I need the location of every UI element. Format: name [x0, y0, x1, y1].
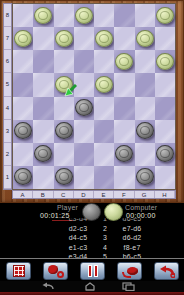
- rank-label-8: 8: [4, 4, 11, 27]
- player-checker-h2[interactable]: [156, 145, 174, 162]
- square-f8[interactable]: [114, 4, 134, 27]
- square-d1[interactable]: [74, 166, 94, 189]
- rank-label-5: 5: [4, 73, 11, 96]
- square-f5[interactable]: [114, 73, 134, 96]
- home-icon[interactable]: [83, 282, 97, 291]
- square-e7[interactable]: [94, 27, 114, 50]
- move-number: 3: [98, 233, 112, 243]
- square-b1[interactable]: [33, 166, 53, 189]
- square-g5[interactable]: [135, 73, 155, 96]
- file-label-b: B: [33, 191, 53, 198]
- white-move: c3-d4: [58, 214, 98, 224]
- move-number: 1: [98, 214, 112, 224]
- square-g4[interactable]: [135, 97, 155, 120]
- black-move: d6-e5: [112, 214, 152, 224]
- square-h4[interactable]: [155, 97, 175, 120]
- rank-label-1: 1: [4, 166, 11, 189]
- computer-checker-f6[interactable]: [115, 53, 133, 70]
- square-a6[interactable]: [13, 50, 33, 73]
- computer-checker-e7[interactable]: [95, 30, 113, 47]
- new-game-board-button[interactable]: [6, 262, 31, 280]
- file-labels: ABCDEFGH: [12, 190, 176, 199]
- black-move: f8-e7: [112, 243, 152, 253]
- square-a1[interactable]: [13, 166, 33, 189]
- player-checker-c1[interactable]: [55, 168, 73, 185]
- rank-labels: 87654321: [3, 3, 12, 190]
- board-grid-icon: [13, 265, 25, 277]
- file-label-f: F: [114, 191, 134, 198]
- square-f7[interactable]: [114, 27, 134, 50]
- white-move: d4-c5: [58, 233, 98, 243]
- square-h6[interactable]: [155, 50, 175, 73]
- computer-checker-a7[interactable]: [14, 30, 32, 47]
- square-f2[interactable]: [114, 143, 134, 166]
- move-number: 2: [98, 224, 112, 234]
- computer-checker-h8[interactable]: [156, 7, 174, 24]
- toolbar: [0, 258, 184, 281]
- square-a2[interactable]: [13, 143, 33, 166]
- pause-icon: [88, 265, 98, 277]
- square-c3[interactable]: [54, 120, 74, 143]
- undo-arrow-icon: [159, 265, 175, 278]
- player-label: Player: [57, 204, 78, 211]
- computer-checker-h6[interactable]: [156, 53, 174, 70]
- player-checker-a3[interactable]: [14, 122, 32, 139]
- square-c8[interactable]: [54, 4, 74, 27]
- square-g6[interactable]: [135, 50, 155, 73]
- square-h7[interactable]: [155, 27, 175, 50]
- black-move: d6-d2: [112, 233, 152, 243]
- square-g7[interactable]: [135, 27, 155, 50]
- square-c5[interactable]: [54, 73, 74, 96]
- square-e4[interactable]: [94, 97, 114, 120]
- rank-label-2: 2: [4, 143, 11, 166]
- rank-label-7: 7: [4, 27, 11, 50]
- square-f1[interactable]: [114, 166, 134, 189]
- square-a7[interactable]: [13, 27, 33, 50]
- square-d2[interactable]: [74, 143, 94, 166]
- square-d3[interactable]: [74, 120, 94, 143]
- computer-checker-g7[interactable]: [136, 30, 154, 47]
- square-b4[interactable]: [33, 97, 53, 120]
- player-checker-g3[interactable]: [136, 122, 154, 139]
- checkers-app-screen: 87654321 ABCDEFGH Player Computer 00:01:…: [0, 0, 184, 295]
- back-icon[interactable]: [41, 282, 55, 291]
- player-checker-d4[interactable]: [75, 99, 93, 116]
- square-d6[interactable]: [74, 50, 94, 73]
- game-info-panel: Player Computer 00:01:25 00:00:00 c3-d41…: [0, 203, 184, 258]
- file-label-e: E: [94, 191, 114, 198]
- square-b2[interactable]: [33, 143, 53, 166]
- file-label-a: A: [13, 191, 33, 198]
- white-move: e1-c3: [58, 243, 98, 253]
- computer-label: Computer: [125, 204, 157, 211]
- square-a8[interactable]: [13, 4, 33, 27]
- square-b8[interactable]: [33, 4, 53, 27]
- square-a4[interactable]: [13, 97, 33, 120]
- player-checker-c3[interactable]: [55, 122, 73, 139]
- checkers-board[interactable]: [12, 3, 176, 190]
- square-h1[interactable]: [155, 166, 175, 189]
- square-c1[interactable]: [54, 166, 74, 189]
- player-checker-g1[interactable]: [136, 168, 154, 185]
- square-e6[interactable]: [94, 50, 114, 73]
- square-e5[interactable]: [94, 73, 114, 96]
- move-number: 4: [98, 243, 112, 253]
- file-label-d: D: [74, 191, 94, 198]
- rank-label-6: 6: [4, 50, 11, 73]
- computer-checker-c7[interactable]: [55, 30, 73, 47]
- square-d7[interactable]: [74, 27, 94, 50]
- file-label-c: C: [54, 191, 74, 198]
- square-f3[interactable]: [114, 120, 134, 143]
- file-label-g: G: [135, 191, 155, 198]
- move-row-3[interactable]: d4-c53d6-d2: [58, 233, 154, 243]
- square-h5[interactable]: [155, 73, 175, 96]
- rank-label-3: 3: [4, 120, 11, 143]
- android-nav-bar: [0, 281, 184, 292]
- player-checker-b2[interactable]: [34, 145, 52, 162]
- square-c2[interactable]: [54, 143, 74, 166]
- computer-checker-e5[interactable]: [95, 76, 113, 93]
- square-b7[interactable]: [33, 27, 53, 50]
- square-h3[interactable]: [155, 120, 175, 143]
- square-f4[interactable]: [114, 97, 134, 120]
- green-arrow-cursor-icon: [64, 84, 77, 97]
- square-c6[interactable]: [54, 50, 74, 73]
- black-move: e7-d6: [112, 224, 152, 234]
- square-e8[interactable]: [94, 4, 114, 27]
- undo-button[interactable]: [154, 262, 179, 280]
- move-row-4[interactable]: e1-c34f8-e7: [58, 243, 154, 253]
- computer-checker-d8[interactable]: [75, 7, 93, 24]
- square-c4[interactable]: [54, 97, 74, 120]
- square-f6[interactable]: [114, 50, 134, 73]
- move-row-2[interactable]: d2-c32e7-d6: [58, 224, 154, 234]
- move-list[interactable]: c3-d41d6-e5d2-c32e7-d6d4-c53d6-d2e1-c34f…: [58, 214, 154, 262]
- square-e2[interactable]: [94, 143, 114, 166]
- square-a3[interactable]: [13, 120, 33, 143]
- recents-icon[interactable]: [121, 282, 135, 291]
- square-b5[interactable]: [33, 73, 53, 96]
- square-g8[interactable]: [135, 4, 155, 27]
- square-g1[interactable]: [135, 166, 155, 189]
- square-h8[interactable]: [155, 4, 175, 27]
- rank-label-4: 4: [4, 97, 11, 120]
- moving-piece-icon: [122, 265, 138, 278]
- square-a5[interactable]: [13, 73, 33, 96]
- computer-checker-b8[interactable]: [34, 7, 52, 24]
- square-h2[interactable]: [155, 143, 175, 166]
- square-d8[interactable]: [74, 4, 94, 27]
- square-b3[interactable]: [33, 120, 53, 143]
- pieces-disc-icon: [48, 265, 64, 278]
- square-c7[interactable]: [54, 27, 74, 50]
- square-e3[interactable]: [94, 120, 114, 143]
- square-d5[interactable]: [74, 73, 94, 96]
- square-b6[interactable]: [33, 50, 53, 73]
- square-g3[interactable]: [135, 120, 155, 143]
- move-hint-button[interactable]: [117, 262, 142, 280]
- file-label-h: H: [155, 191, 175, 198]
- player-checker-a1[interactable]: [14, 168, 32, 185]
- square-e1[interactable]: [94, 166, 114, 189]
- board-frame: 87654321 ABCDEFGH: [0, 0, 184, 203]
- pieces-button[interactable]: [43, 262, 68, 280]
- square-d4[interactable]: [74, 97, 94, 120]
- player-checker-f2[interactable]: [115, 145, 133, 162]
- move-row-1[interactable]: c3-d41d6-e5: [58, 214, 154, 224]
- white-move: d2-c3: [58, 224, 98, 234]
- square-g2[interactable]: [135, 143, 155, 166]
- pause-button[interactable]: [80, 262, 105, 280]
